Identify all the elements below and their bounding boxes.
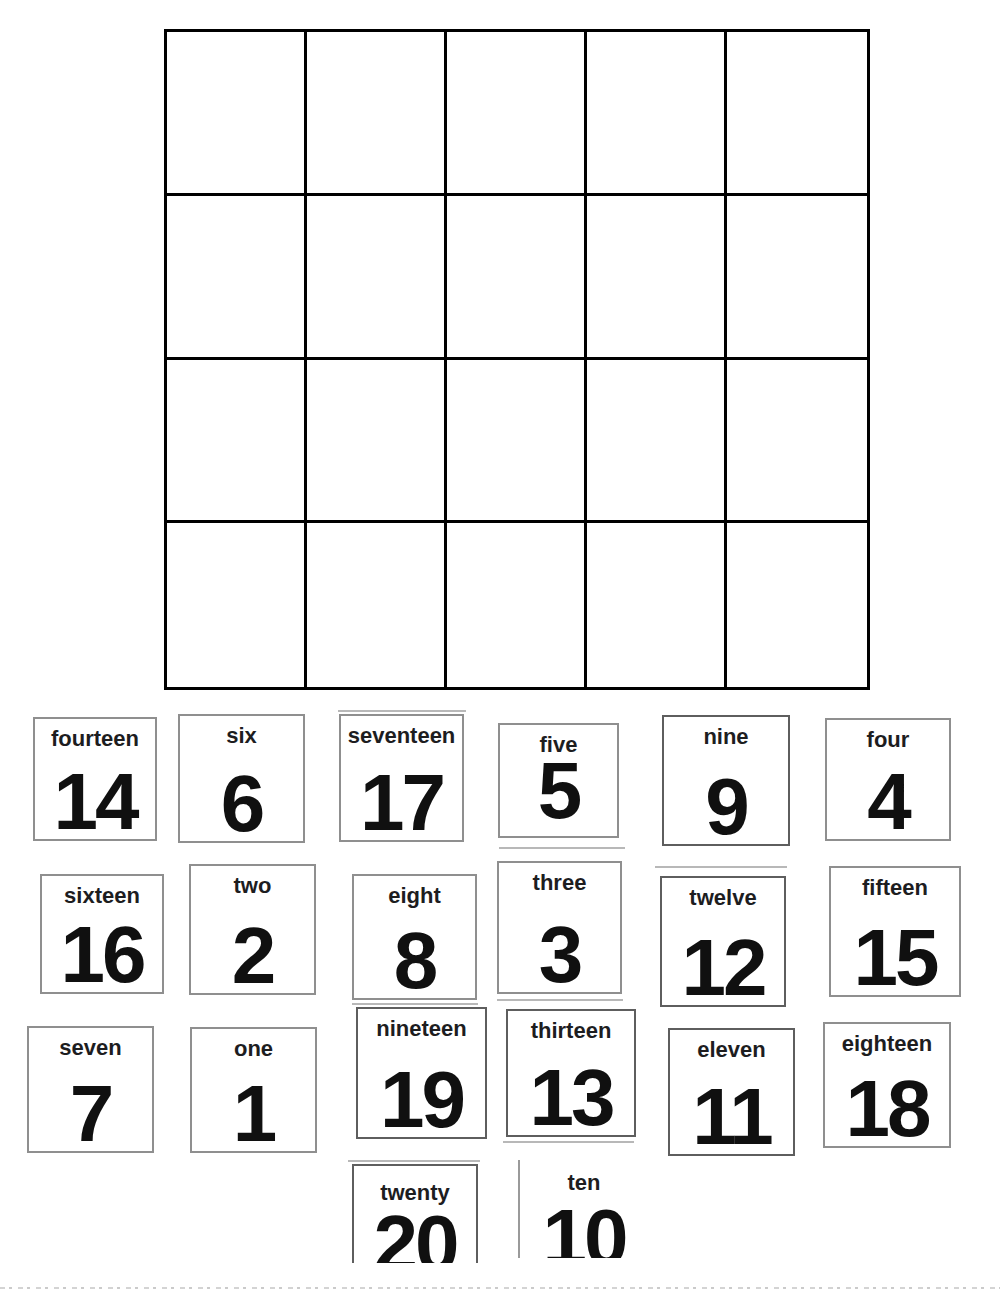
card-word: seven [29, 1035, 152, 1061]
card-number: 12 [662, 934, 784, 1003]
page-bottom-noise [0, 1287, 1000, 1289]
card-nine[interactable]: nine 9 [662, 715, 790, 846]
card-fifteen[interactable]: fifteen 15 [829, 866, 961, 997]
grid-cell[interactable] [727, 360, 867, 524]
grid-cell[interactable] [307, 196, 447, 360]
grid-cell[interactable] [167, 523, 307, 687]
card-number: 15 [831, 924, 959, 993]
grid-cell[interactable] [587, 360, 727, 524]
card-twenty[interactable]: twenty 20 [352, 1164, 478, 1263]
card-number: 11 [670, 1083, 793, 1152]
card-word: nineteen [358, 1016, 485, 1042]
card-number: 19 [358, 1066, 485, 1135]
card-word: sixteen [42, 883, 162, 909]
scan-artifact-line [348, 1160, 480, 1162]
card-four[interactable]: four 4 [825, 718, 951, 841]
card-word: one [192, 1036, 315, 1062]
card-sixteen[interactable]: sixteen 16 [40, 874, 164, 994]
card-number: 7 [29, 1080, 152, 1149]
card-two[interactable]: two 2 [189, 864, 316, 995]
card-number: 17 [341, 769, 462, 838]
grid-cell[interactable] [307, 523, 447, 687]
card-number: 13 [508, 1064, 634, 1133]
card-word: fifteen [831, 875, 959, 901]
card-number: 10 [520, 1204, 648, 1258]
card-number: 16 [42, 921, 162, 990]
card-seventeen[interactable]: seventeen 17 [339, 714, 464, 842]
grid-cell[interactable] [167, 32, 307, 196]
card-number: 4 [827, 768, 949, 837]
card-number: 20 [354, 1210, 476, 1263]
card-thirteen[interactable]: thirteen 13 [506, 1009, 636, 1137]
card-number: 8 [354, 927, 475, 996]
card-word: twelve [662, 885, 784, 911]
card-word: nine [664, 724, 788, 750]
card-number: 3 [499, 921, 620, 990]
card-ten[interactable]: ten 10 [518, 1160, 648, 1258]
grid-cell[interactable] [727, 196, 867, 360]
grid-cell[interactable] [447, 360, 587, 524]
answer-grid [164, 29, 870, 690]
card-number: 1 [192, 1080, 315, 1149]
card-number: 14 [35, 768, 155, 837]
card-word: thirteen [508, 1018, 634, 1044]
card-nineteen[interactable]: nineteen 19 [356, 1007, 487, 1139]
card-word: fourteen [35, 726, 155, 752]
grid-cell[interactable] [587, 523, 727, 687]
card-fourteen[interactable]: fourteen 14 [33, 717, 157, 841]
grid-cell[interactable] [307, 360, 447, 524]
card-number: 18 [825, 1075, 949, 1144]
card-three[interactable]: three 3 [497, 861, 622, 994]
card-twelve[interactable]: twelve 12 [660, 876, 786, 1007]
grid-cell[interactable] [447, 32, 587, 196]
grid-cell[interactable] [447, 196, 587, 360]
card-one[interactable]: one 1 [190, 1027, 317, 1153]
card-eight[interactable]: eight 8 [352, 874, 477, 1000]
card-word: six [180, 723, 303, 749]
grid-cell[interactable] [727, 523, 867, 687]
card-word: seventeen [341, 723, 462, 749]
card-five[interactable]: five 5 [498, 723, 619, 838]
card-word: eight [354, 883, 475, 909]
card-word: eighteen [825, 1031, 949, 1057]
scan-artifact-line [497, 999, 623, 1001]
card-word: four [827, 727, 949, 753]
grid-cell[interactable] [167, 196, 307, 360]
grid-cell[interactable] [447, 523, 587, 687]
card-word: three [499, 870, 620, 896]
card-six[interactable]: six 6 [178, 714, 305, 843]
card-word: eleven [670, 1037, 793, 1063]
grid-cell[interactable] [727, 32, 867, 196]
card-number: 5 [500, 757, 617, 826]
grid-cell[interactable] [587, 196, 727, 360]
grid-cell[interactable] [307, 32, 447, 196]
card-eighteen[interactable]: eighteen 18 [823, 1022, 951, 1148]
scan-artifact-line [499, 847, 625, 849]
scan-artifact-line [338, 710, 466, 712]
card-number: 2 [191, 922, 314, 991]
card-seven[interactable]: seven 7 [27, 1026, 154, 1153]
grid-cell[interactable] [167, 360, 307, 524]
grid-cell[interactable] [587, 32, 727, 196]
card-eleven[interactable]: eleven 11 [668, 1028, 795, 1156]
card-word: two [191, 873, 314, 899]
card-number: 6 [180, 770, 303, 839]
scan-artifact-line [655, 866, 787, 868]
card-number: 9 [664, 773, 788, 842]
